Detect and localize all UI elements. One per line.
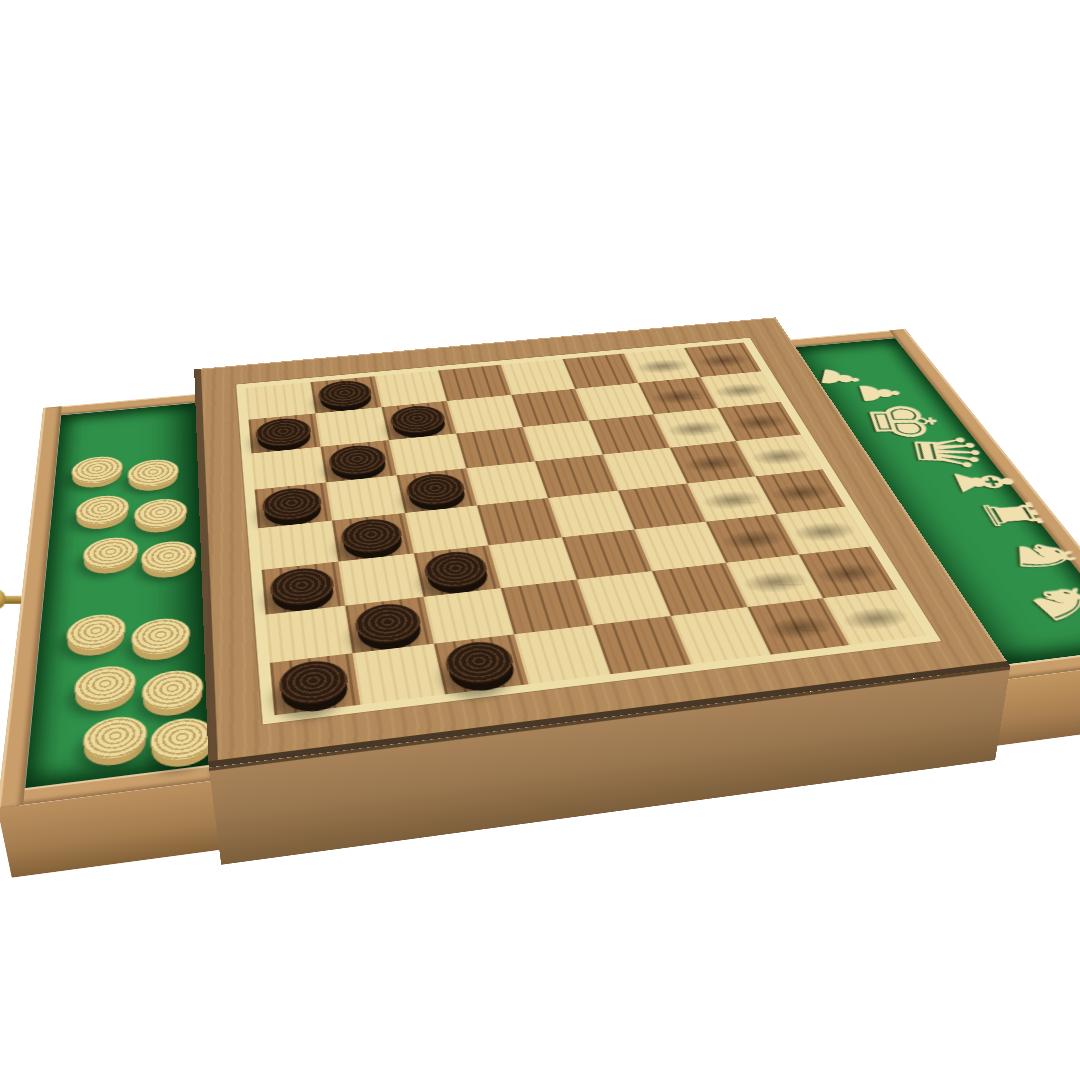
board-square-r3c1[interactable] xyxy=(326,475,405,520)
dark-checker[interactable] xyxy=(327,443,388,477)
natural-checker[interactable] xyxy=(127,457,179,488)
natural-checker[interactable] xyxy=(75,493,130,526)
dark-checker[interactable] xyxy=(255,416,313,448)
natural-checker[interactable] xyxy=(131,616,191,657)
natural-checker[interactable] xyxy=(73,663,136,708)
natural-checker[interactable] xyxy=(141,668,204,713)
scene: ♟♟♚♛♝♜♞♞ ♟♜♟♞♟♝♟♛♟♚♟♝♟♞♟♜ xyxy=(0,0,1080,1080)
natural-checker[interactable] xyxy=(134,497,188,530)
natural-checker[interactable] xyxy=(70,454,123,485)
natural-checker[interactable] xyxy=(82,714,148,762)
natural-chess-piece-knight[interactable]: ♞ xyxy=(988,562,1080,645)
knob-cap xyxy=(0,589,6,609)
natural-checker[interactable] xyxy=(141,539,197,575)
dark-checker[interactable] xyxy=(388,404,448,436)
natural-checker[interactable] xyxy=(150,715,215,763)
knob-stem xyxy=(4,596,21,604)
natural-checker[interactable] xyxy=(65,612,126,653)
dark-checker[interactable] xyxy=(317,379,374,409)
natural-checker[interactable] xyxy=(82,535,139,571)
product-photo-canvas: ♟♟♚♛♝♜♞♞ ♟♜♟♞♟♝♟♛♟♚♟♝♟♞♟♜ xyxy=(0,0,1080,1080)
